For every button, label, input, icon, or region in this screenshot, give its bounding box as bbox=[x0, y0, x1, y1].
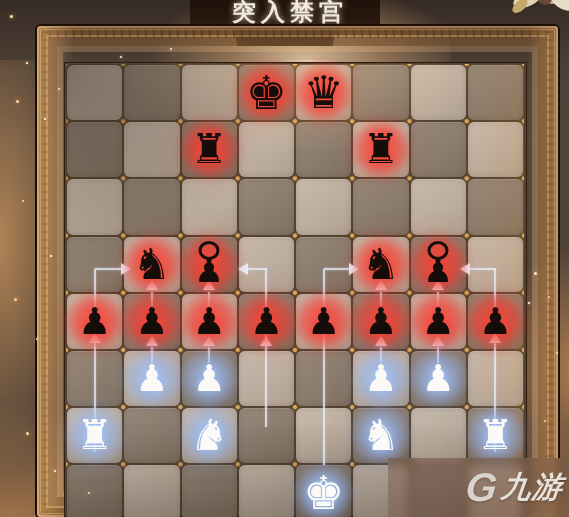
piece-black-king[interactable]: ♚ bbox=[238, 64, 295, 121]
piece-black-pawn[interactable]: ♟ bbox=[352, 293, 409, 350]
piece-black-knight[interactable]: ♞ bbox=[123, 236, 180, 293]
piece-white-pawn[interactable]: ♟ bbox=[352, 350, 409, 407]
halo-icon bbox=[428, 241, 449, 260]
piece-black-knight[interactable]: ♞ bbox=[352, 236, 409, 293]
piece-white-knight[interactable]: ♞ bbox=[352, 407, 409, 464]
piece-black-bishop[interactable]: ♟ bbox=[410, 236, 467, 293]
piece-white-pawn[interactable]: ♟ bbox=[181, 350, 238, 407]
piece-black-pawn[interactable]: ♟ bbox=[410, 293, 467, 350]
halo-icon bbox=[199, 241, 220, 260]
piece-white-rook[interactable]: ♜ bbox=[467, 407, 524, 464]
piece-white-pawn[interactable]: ♟ bbox=[123, 350, 180, 407]
piece-black-pawn[interactable]: ♟ bbox=[123, 293, 180, 350]
piece-black-pawn[interactable]: ♟ bbox=[467, 293, 524, 350]
level-title: 突入禁宫 bbox=[165, 0, 415, 28]
piece-black-pawn[interactable]: ♟ bbox=[295, 293, 352, 350]
ninegame-text: 九游 bbox=[499, 467, 565, 508]
piece-black-pawn[interactable]: ♟ bbox=[238, 293, 295, 350]
piece-white-pawn[interactable]: ♟ bbox=[410, 350, 467, 407]
piece-black-queen[interactable]: ♛ bbox=[295, 64, 352, 121]
piece-black-rook[interactable]: ♜ bbox=[181, 121, 238, 178]
piece-white-knight[interactable]: ♞ bbox=[181, 407, 238, 464]
piece-black-bishop[interactable]: ♟ bbox=[181, 236, 238, 293]
pieces-layer: ♚♛♜♜♞♟♞♟♟♟♟♟♟♟♟♟♟♟♟♟♜♞♞♜♚ bbox=[66, 64, 524, 517]
piece-white-king[interactable]: ♚ bbox=[295, 464, 352, 517]
watermark: G 九游 bbox=[388, 458, 569, 517]
piece-black-rook[interactable]: ♜ bbox=[352, 121, 409, 178]
ninegame-logo-icon: G bbox=[464, 465, 500, 510]
piece-white-rook[interactable]: ♜ bbox=[66, 407, 123, 464]
piece-black-pawn[interactable]: ♟ bbox=[181, 293, 238, 350]
piece-black-pawn[interactable]: ♟ bbox=[66, 293, 123, 350]
